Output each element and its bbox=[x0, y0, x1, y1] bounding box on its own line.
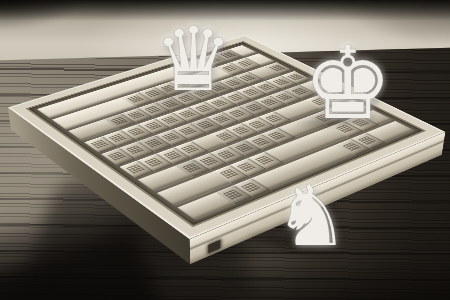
wood-knot bbox=[208, 240, 220, 254]
still-life-photo: ♛ ♚ ♞ bbox=[0, 0, 450, 300]
glass-queen-piece: ♛ bbox=[154, 16, 233, 104]
glass-king-piece: ♚ bbox=[303, 34, 393, 134]
glass-knight-piece: ♞ bbox=[274, 174, 349, 258]
